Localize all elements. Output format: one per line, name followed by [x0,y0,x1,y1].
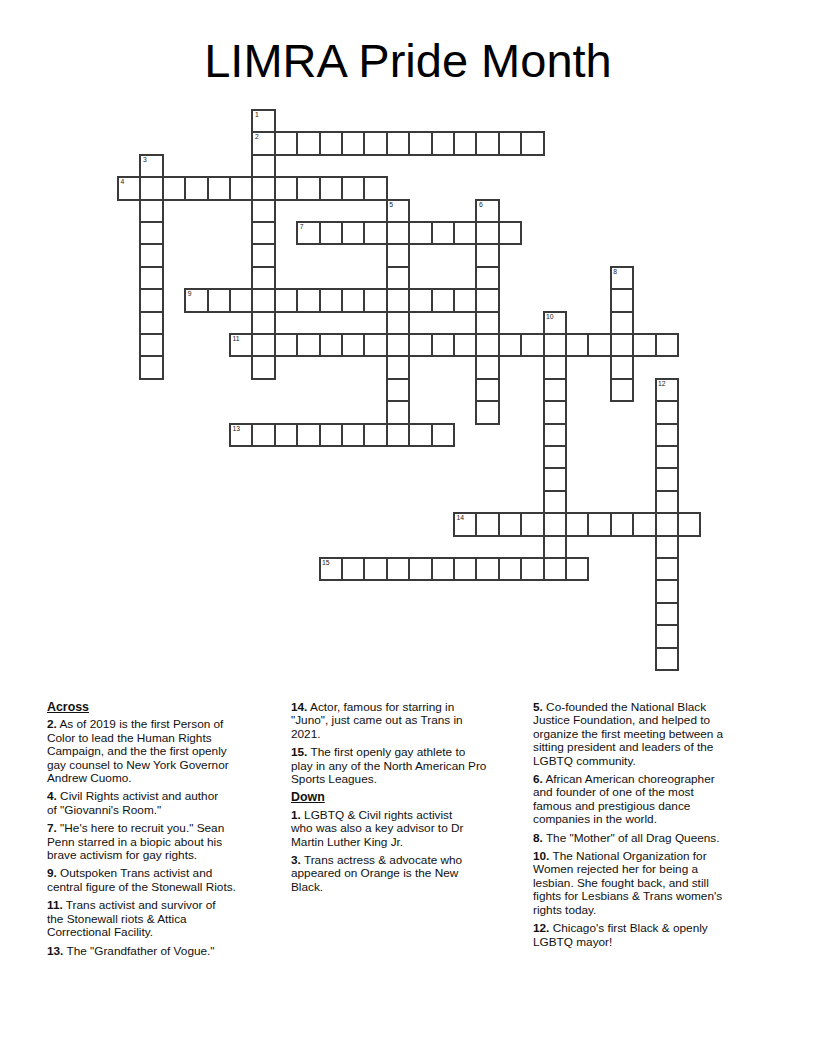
grid-cell-r10c15[interactable] [453,333,477,357]
grid-cell-r8c6[interactable] [251,288,275,312]
grid-cell-r1c9[interactable] [319,131,343,155]
grid-cell-r8c13[interactable] [408,288,432,312]
grid-cell-r5c16[interactable] [475,221,499,245]
grid-cell-r11c19[interactable] [543,355,567,379]
grid-cell-r0c6[interactable]: 1 [251,109,275,133]
grid-cell-r8c4[interactable] [207,288,231,312]
grid-cell-r14c7[interactable] [274,423,298,447]
grid-cell-r18c20[interactable] [565,512,589,536]
grid-cell-r1c17[interactable] [498,131,522,155]
grid-cell-r20c11[interactable] [363,557,387,581]
grid-cell-r6c6[interactable] [251,243,275,267]
grid-cell-r13c16[interactable] [475,400,499,424]
grid-cell-r20c17[interactable] [498,557,522,581]
cell-number: 9 [188,290,192,298]
cell-number: 5 [389,201,393,209]
clue-down-12: 12. Chicago's first Black & openly LGBTQ… [533,922,783,949]
grid-cell-r10c13[interactable] [408,333,432,357]
grid-cell-r12c24[interactable]: 12 [655,378,679,402]
grid-cell-r8c10[interactable] [341,288,365,312]
grid-cell-r15c19[interactable] [543,445,567,469]
grid-cell-r1c7[interactable] [274,131,298,155]
cell-number: 15 [322,559,330,567]
grid-cell-r4c12[interactable]: 5 [386,199,410,223]
cell-number: 4 [121,178,125,186]
grid-cell-r11c22[interactable] [610,355,634,379]
clue-across-2: 2. As of 2019 is the first Person of Col… [47,718,297,785]
grid-cell-r10c5[interactable]: 11 [229,333,253,357]
clue-text: Civil Rights activist and author of "Gio… [47,789,218,816]
grid-cell-r19c24[interactable] [655,535,679,559]
grid-cell-r14c19[interactable] [543,423,567,447]
grid-cell-r14c24[interactable] [655,423,679,447]
grid-cell-r13c12[interactable] [386,400,410,424]
clue-text: The National Organization for Women reje… [533,849,722,917]
grid-cell-r5c8[interactable]: 7 [296,221,320,245]
grid-cell-r7c12[interactable] [386,266,410,290]
cell-number: 8 [613,268,617,276]
grid-cell-r7c6[interactable] [251,266,275,290]
clue-across-13: 13. The "Grandfather of Vogue." [47,945,297,958]
clue-down-8: 8. The "Mother" of all Drag Queens. [533,832,783,845]
grid-cell-r8c14[interactable] [431,288,455,312]
grid-cell-r23c24[interactable] [655,624,679,648]
grid-cell-r12c12[interactable] [386,378,410,402]
clue-number: 13. [47,944,63,958]
clue-text: Co-founded the National Black Justice Fo… [533,700,723,768]
grid-cell-r24c24[interactable] [655,647,679,671]
grid-cell-r14c13[interactable] [408,423,432,447]
grid-cell-r1c6[interactable]: 2 [251,131,275,155]
clue-text: The "Mother" of all Drag Queens. [543,831,720,845]
grid-cell-r1c8[interactable] [296,131,320,155]
grid-cell-r4c16[interactable]: 6 [475,199,499,223]
grid-cell-r14c11[interactable] [363,423,387,447]
grid-cell-r8c16[interactable] [475,288,499,312]
clue-down-3: 3. Trans actress & advocate who appeared… [291,854,541,894]
grid-cell-r14c8[interactable] [296,423,320,447]
cell-number: 3 [143,156,147,164]
grid-cell-r18c17[interactable] [498,512,522,536]
cell-number: 1 [255,111,259,119]
grid-cell-r12c19[interactable] [543,378,567,402]
grid-cell-r6c12[interactable] [386,243,410,267]
grid-cell-r9c6[interactable] [251,311,275,335]
grid-cell-r1c12[interactable] [386,131,410,155]
grid-cell-r9c12[interactable] [386,311,410,335]
grid-cell-r10c23[interactable] [632,333,656,357]
grid-cell-r3c3[interactable] [184,176,208,200]
grid-cell-r5c10[interactable] [341,221,365,245]
grid-cell-r2c1[interactable]: 3 [139,154,163,178]
grid-cell-r9c22[interactable] [610,311,634,335]
grid-cell-r14c5[interactable]: 13 [229,423,253,447]
grid-cell-r5c11[interactable] [363,221,387,245]
grid-cell-r10c17[interactable] [498,333,522,357]
grid-cell-r20c15[interactable] [453,557,477,581]
clue-number: 2. [47,717,57,731]
grid-cell-r14c12[interactable] [386,423,410,447]
grid-cell-r14c6[interactable] [251,423,275,447]
grid-cell-r13c24[interactable] [655,400,679,424]
grid-cell-r11c16[interactable] [475,355,499,379]
grid-cell-r20c18[interactable] [520,557,544,581]
grid-cell-r5c1[interactable] [139,221,163,245]
cell-number: 13 [233,425,241,433]
grid-cell-r20c13[interactable] [408,557,432,581]
grid-cell-r8c9[interactable] [319,288,343,312]
grid-cell-r1c15[interactable] [453,131,477,155]
grid-cell-r10c19[interactable] [543,333,567,357]
grid-cell-r14c9[interactable] [319,423,343,447]
clue-number: 10. [533,849,549,863]
clue-text: LGBTQ & Civil rights activist who was al… [291,808,463,849]
grid-cell-r5c15[interactable] [453,221,477,245]
clue-column-2: 14. Actor, famous for starring in "Juno"… [291,701,541,899]
clue-down-6: 6. African American choreographer and fo… [533,773,783,827]
grid-cell-r5c14[interactable] [431,221,455,245]
grid-cell-r7c1[interactable] [139,266,163,290]
clue-number: 11. [47,898,63,912]
grid-cell-r10c6[interactable] [251,333,275,357]
cell-number: 10 [546,313,554,321]
down-heading: Down [291,791,541,804]
clue-text: Trans actress & advocate who appeared on… [291,853,462,894]
grid-cell-r9c19[interactable]: 10 [543,311,567,335]
grid-cell-r1c10[interactable] [341,131,365,155]
grid-cell-r3c11[interactable] [363,176,387,200]
grid-cell-r4c1[interactable] [139,199,163,223]
grid-cell-r18c18[interactable] [520,512,544,536]
grid-cell-r20c10[interactable] [341,557,365,581]
grid-cell-r22c24[interactable] [655,602,679,626]
clue-number: 7. [47,821,57,835]
clue-across-14: 14. Actor, famous for starring in "Juno"… [291,701,541,741]
grid-cell-r5c6[interactable] [251,221,275,245]
grid-cell-r12c22[interactable] [610,378,634,402]
crossword-page: LIMRA Pride Month 123456789101112131415 … [0,0,816,1056]
grid-cell-r3c8[interactable] [296,176,320,200]
grid-cell-r1c13[interactable] [408,131,432,155]
grid-cell-r16c19[interactable] [543,467,567,491]
grid-cell-r13c19[interactable] [543,400,567,424]
grid-cell-r11c12[interactable] [386,355,410,379]
grid-cell-r3c2[interactable] [162,176,186,200]
grid-cell-r1c11[interactable] [363,131,387,155]
grid-cell-r20c12[interactable] [386,557,410,581]
grid-cell-r10c24[interactable] [655,333,679,357]
grid-cell-r2c6[interactable] [251,154,275,178]
grid-cell-r10c10[interactable] [341,333,365,357]
grid-cell-r7c16[interactable] [475,266,499,290]
clue-column-1: Across2. As of 2019 is the first Person … [47,701,297,963]
grid-cell-r3c5[interactable] [229,176,253,200]
cell-number: 6 [479,201,483,209]
grid-cell-r8c7[interactable] [274,288,298,312]
grid-cell-r10c7[interactable] [274,333,298,357]
grid-cell-r10c20[interactable] [565,333,589,357]
grid-cell-r10c16[interactable] [475,333,499,357]
grid-cell-r3c0[interactable]: 4 [117,176,141,200]
clue-number: 9. [47,866,57,880]
grid-cell-r10c9[interactable] [319,333,343,357]
grid-cell-r11c6[interactable] [251,355,275,379]
grid-cell-r20c16[interactable] [475,557,499,581]
clue-across-15: 15. The first openly gay athlete to play… [291,746,541,786]
grid-cell-r20c24[interactable] [655,557,679,581]
grid-cell-r9c16[interactable] [475,311,499,335]
grid-cell-r18c19[interactable] [543,512,567,536]
grid-cell-r18c21[interactable] [587,512,611,536]
grid-cell-r18c15[interactable]: 14 [453,512,477,536]
clue-across-4: 4. Civil Rights activist and author of "… [47,790,297,817]
grid-cell-r3c9[interactable] [319,176,343,200]
clue-number: 12. [533,921,549,935]
grid-cell-r8c22[interactable] [610,288,634,312]
grid-cell-r6c1[interactable] [139,243,163,267]
grid-cell-r1c14[interactable] [431,131,455,155]
grid-cell-r10c11[interactable] [363,333,387,357]
grid-cell-r3c7[interactable] [274,176,298,200]
puzzle-title: LIMRA Pride Month [0,36,816,85]
cell-number: 12 [658,380,666,388]
clue-text: Trans activist and survivor of the Stone… [47,898,216,939]
grid-cell-r20c19[interactable] [543,557,567,581]
grid-cell-r6c16[interactable] [475,243,499,267]
clue-text: "He's here to recruit you." Sean Penn st… [47,821,224,862]
grid-cell-r5c17[interactable] [498,221,522,245]
clue-number: 6. [533,772,543,786]
clue-down-1: 1. LGBTQ & Civil rights activist who was… [291,809,541,849]
grid-cell-r11c1[interactable] [139,355,163,379]
clue-number: 1. [291,808,301,822]
grid-cell-r18c22[interactable] [610,512,634,536]
clue-number: 3. [291,853,301,867]
grid-cell-r20c20[interactable] [565,557,589,581]
grid-cell-r10c12[interactable] [386,333,410,357]
cell-number: 14 [457,514,465,522]
clue-text: The "Grandfather of Vogue." [63,944,214,958]
grid-cell-r8c15[interactable] [453,288,477,312]
grid-cell-r12c16[interactable] [475,378,499,402]
grid-cell-r17c24[interactable] [655,490,679,514]
grid-cell-r18c23[interactable] [632,512,656,536]
clue-number: 5. [533,700,543,714]
grid-cell-r3c10[interactable] [341,176,365,200]
grid-cell-r18c24[interactable] [655,512,679,536]
grid-cell-r3c6[interactable] [251,176,275,200]
clue-text: Actor, famous for starring in "Juno", ju… [291,700,463,741]
grid-cell-r1c16[interactable] [475,131,499,155]
grid-cell-r10c21[interactable] [587,333,611,357]
clue-text: Outspoken Trans activist and central fig… [47,866,236,893]
clue-down-5: 5. Co-founded the National Black Justice… [533,701,783,768]
grid-cell-r8c11[interactable] [363,288,387,312]
grid-cell-r14c10[interactable] [341,423,365,447]
clue-down-10: 10. The National Organization for Women … [533,850,783,917]
grid-cell-r17c19[interactable] [543,490,567,514]
grid-cell-r15c24[interactable] [655,445,679,469]
clue-across-7: 7. "He's here to recruit you." Sean Penn… [47,822,297,862]
cell-number: 2 [255,133,259,141]
cell-number: 7 [300,223,304,231]
clue-text: As of 2019 is the first Person of Color … [47,717,229,785]
grid-cell-r20c9[interactable]: 15 [319,557,343,581]
grid-cell-r18c25[interactable] [677,512,701,536]
clue-number: 8. [533,831,543,845]
grid-cell-r5c9[interactable] [319,221,343,245]
clue-text: African American choreographer and found… [533,772,715,826]
clue-column-3: 5. Co-founded the National Black Justice… [533,701,783,954]
grid-cell-r1c18[interactable] [520,131,544,155]
crossword-grid: 123456789101112131415 [117,109,707,679]
grid-cell-r8c5[interactable] [229,288,253,312]
grid-cell-r8c1[interactable] [139,288,163,312]
grid-cell-r5c13[interactable] [408,221,432,245]
grid-cell-r4c6[interactable] [251,199,275,223]
grid-cell-r19c19[interactable] [543,535,567,559]
clue-number: 14. [291,700,307,714]
cell-number: 11 [233,335,240,343]
clue-number: 4. [47,789,57,803]
clue-text: The first openly gay athlete to play in … [291,745,486,786]
grid-cell-r10c18[interactable] [520,333,544,357]
grid-cell-r10c1[interactable] [139,333,163,357]
grid-cell-r18c16[interactable] [475,512,499,536]
grid-cell-r14c14[interactable] [431,423,455,447]
grid-cell-r16c24[interactable] [655,467,679,491]
grid-cell-r20c14[interactable] [431,557,455,581]
grid-cell-r8c3[interactable]: 9 [184,288,208,312]
grid-cell-r7c22[interactable]: 8 [610,266,634,290]
clue-across-9: 9. Outspoken Trans activist and central … [47,867,297,894]
clue-number: 15. [291,745,307,759]
grid-cell-r10c22[interactable] [610,333,634,357]
across-heading: Across [47,701,297,714]
grid-cell-r10c14[interactable] [431,333,455,357]
grid-cell-r10c8[interactable] [296,333,320,357]
grid-cell-r9c1[interactable] [139,311,163,335]
clue-across-11: 11. Trans activist and survivor of the S… [47,899,297,939]
grid-cell-r8c12[interactable] [386,288,410,312]
grid-cell-r8c8[interactable] [296,288,320,312]
grid-cell-r3c4[interactable] [207,176,231,200]
grid-cell-r3c1[interactable] [139,176,163,200]
grid-cell-r21c24[interactable] [655,579,679,603]
grid-cell-r5c12[interactable] [386,221,410,245]
clue-text: Chicago's first Black & openly LGBTQ may… [533,921,708,948]
